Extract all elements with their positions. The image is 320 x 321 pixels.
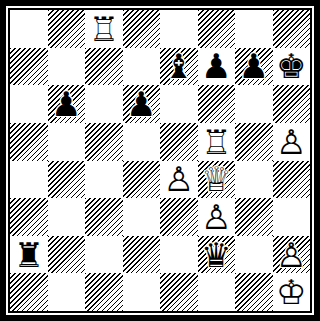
piece-black-pawn-b6[interactable]: ♟ <box>48 85 86 123</box>
square-a8[interactable] <box>10 10 48 48</box>
square-h2[interactable]: ♟♙ <box>273 236 311 274</box>
square-a7[interactable] <box>10 48 48 86</box>
square-f2[interactable]: ♛♛ <box>198 236 236 274</box>
piece-white-king-h1[interactable]: ♔ <box>273 273 311 311</box>
square-d6[interactable]: ♟♟ <box>123 85 161 123</box>
square-h8[interactable] <box>273 10 311 48</box>
square-a6[interactable] <box>10 85 48 123</box>
square-d4[interactable] <box>123 161 161 199</box>
chess-board: ♜♖♝♝♟♟♟♟♚♚♟♟♟♟♜♖♟♙♟♙♛♕♟♙♜♜♛♛♟♙♚♔ <box>10 10 310 311</box>
square-g5[interactable] <box>235 123 273 161</box>
square-c6[interactable] <box>85 85 123 123</box>
square-g6[interactable] <box>235 85 273 123</box>
square-b6[interactable]: ♟♟ <box>48 85 86 123</box>
square-b5[interactable] <box>48 123 86 161</box>
square-f7[interactable]: ♟♟ <box>198 48 236 86</box>
piece-black-queen-f2[interactable]: ♛ <box>198 236 236 274</box>
square-g4[interactable] <box>235 161 273 199</box>
square-a2[interactable]: ♜♜ <box>10 236 48 274</box>
square-e7[interactable]: ♝♝ <box>160 48 198 86</box>
square-f6[interactable] <box>198 85 236 123</box>
piece-black-pawn-g7[interactable]: ♟ <box>235 48 273 86</box>
square-h1[interactable]: ♚♔ <box>273 273 311 311</box>
square-g8[interactable] <box>235 10 273 48</box>
square-d2[interactable] <box>123 236 161 274</box>
square-f4[interactable]: ♛♕ <box>198 161 236 199</box>
square-h5[interactable]: ♟♙ <box>273 123 311 161</box>
chess-diagram: ♜♖♝♝♟♟♟♟♚♚♟♟♟♟♜♖♟♙♟♙♛♕♟♙♜♜♛♛♟♙♚♔ <box>0 0 320 321</box>
square-a3[interactable] <box>10 198 48 236</box>
square-e6[interactable] <box>160 85 198 123</box>
square-c1[interactable] <box>85 273 123 311</box>
square-h3[interactable] <box>273 198 311 236</box>
square-a4[interactable] <box>10 161 48 199</box>
square-c4[interactable] <box>85 161 123 199</box>
square-h4[interactable] <box>273 161 311 199</box>
piece-black-pawn-d6[interactable]: ♟ <box>123 85 161 123</box>
square-a5[interactable] <box>10 123 48 161</box>
square-d8[interactable] <box>123 10 161 48</box>
square-c5[interactable] <box>85 123 123 161</box>
square-b2[interactable] <box>48 236 86 274</box>
piece-black-pawn-f7[interactable]: ♟ <box>198 48 236 86</box>
piece-white-pawn-h2[interactable]: ♙ <box>273 236 311 274</box>
piece-black-king-h7[interactable]: ♚ <box>273 48 311 86</box>
square-h6[interactable] <box>273 85 311 123</box>
square-g1[interactable] <box>235 273 273 311</box>
square-e4[interactable]: ♟♙ <box>160 161 198 199</box>
square-d1[interactable] <box>123 273 161 311</box>
square-d7[interactable] <box>123 48 161 86</box>
piece-white-pawn-f3[interactable]: ♙ <box>198 198 236 236</box>
square-d3[interactable] <box>123 198 161 236</box>
piece-white-pawn-h5[interactable]: ♙ <box>273 123 311 161</box>
square-b3[interactable] <box>48 198 86 236</box>
square-e1[interactable] <box>160 273 198 311</box>
square-e8[interactable] <box>160 10 198 48</box>
square-d5[interactable] <box>123 123 161 161</box>
board-border: ♜♖♝♝♟♟♟♟♚♚♟♟♟♟♜♖♟♙♟♙♛♕♟♙♜♜♛♛♟♙♚♔ <box>8 8 312 313</box>
piece-black-bishop-e7[interactable]: ♝ <box>160 48 198 86</box>
square-f8[interactable] <box>198 10 236 48</box>
square-e3[interactable] <box>160 198 198 236</box>
square-c8[interactable]: ♜♖ <box>85 10 123 48</box>
square-g3[interactable] <box>235 198 273 236</box>
piece-white-pawn-e4[interactable]: ♙ <box>160 161 198 199</box>
square-g2[interactable] <box>235 236 273 274</box>
square-b1[interactable] <box>48 273 86 311</box>
square-e5[interactable] <box>160 123 198 161</box>
square-a1[interactable] <box>10 273 48 311</box>
square-b4[interactable] <box>48 161 86 199</box>
square-c2[interactable] <box>85 236 123 274</box>
square-f5[interactable]: ♜♖ <box>198 123 236 161</box>
square-c3[interactable] <box>85 198 123 236</box>
square-c7[interactable] <box>85 48 123 86</box>
piece-white-rook-c8[interactable]: ♖ <box>85 10 123 48</box>
piece-black-rook-a2[interactable]: ♜ <box>10 236 48 274</box>
piece-white-rook-f5[interactable]: ♖ <box>198 123 236 161</box>
square-e2[interactable] <box>160 236 198 274</box>
square-g7[interactable]: ♟♟ <box>235 48 273 86</box>
square-b7[interactable] <box>48 48 86 86</box>
square-f3[interactable]: ♟♙ <box>198 198 236 236</box>
square-b8[interactable] <box>48 10 86 48</box>
piece-white-queen-f4[interactable]: ♕ <box>198 161 236 199</box>
square-f1[interactable] <box>198 273 236 311</box>
square-h7[interactable]: ♚♚ <box>273 48 311 86</box>
